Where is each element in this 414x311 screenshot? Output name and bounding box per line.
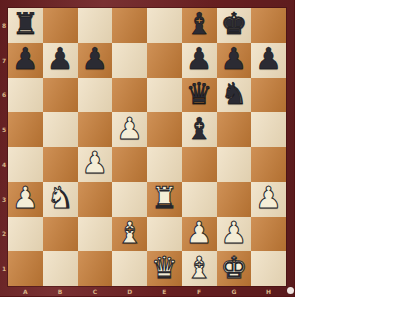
square-g2[interactable]: ♟	[217, 217, 252, 252]
square-d3[interactable]	[112, 182, 147, 217]
square-c1[interactable]	[78, 251, 113, 286]
square-f6[interactable]: ♛	[182, 78, 217, 113]
square-e2[interactable]	[147, 217, 182, 252]
rank-label-5: 5	[0, 112, 8, 147]
square-h4[interactable]	[251, 147, 286, 182]
rank-label-4: 4	[0, 147, 8, 182]
rank-labels: 87654321	[0, 8, 8, 286]
square-c3[interactable]	[78, 182, 113, 217]
piece-white-pawn[interactable]: ♟	[255, 183, 282, 213]
square-b4[interactable]	[43, 147, 78, 182]
square-b5[interactable]	[43, 112, 78, 147]
file-label-e: E	[147, 286, 182, 297]
square-e3[interactable]: ♜	[147, 182, 182, 217]
square-d5[interactable]: ♟	[112, 112, 147, 147]
square-h1[interactable]	[251, 251, 286, 286]
square-a5[interactable]	[8, 112, 43, 147]
piece-black-pawn[interactable]: ♟	[47, 44, 74, 74]
square-a7[interactable]: ♟	[8, 43, 43, 78]
piece-white-queen[interactable]: ♛	[151, 253, 178, 283]
square-c6[interactable]	[78, 78, 113, 113]
file-label-f: F	[182, 286, 217, 297]
square-d8[interactable]	[112, 8, 147, 43]
square-h8[interactable]	[251, 8, 286, 43]
piece-black-queen[interactable]: ♛	[186, 79, 213, 109]
square-h2[interactable]	[251, 217, 286, 252]
rank-label-3: 3	[0, 182, 8, 217]
square-g4[interactable]	[217, 147, 252, 182]
square-b8[interactable]	[43, 8, 78, 43]
square-c4[interactable]: ♟	[78, 147, 113, 182]
piece-black-bishop[interactable]: ♝	[186, 114, 213, 144]
file-label-g: G	[217, 286, 252, 297]
piece-black-rook[interactable]: ♜	[12, 9, 39, 39]
square-g3[interactable]	[217, 182, 252, 217]
square-b2[interactable]	[43, 217, 78, 252]
square-f5[interactable]: ♝	[182, 112, 217, 147]
square-h7[interactable]: ♟	[251, 43, 286, 78]
square-e5[interactable]	[147, 112, 182, 147]
square-g8[interactable]: ♚	[217, 8, 252, 43]
square-e7[interactable]	[147, 43, 182, 78]
rank-label-1: 1	[0, 251, 8, 286]
square-d6[interactable]	[112, 78, 147, 113]
file-labels: ABCDEFGH	[8, 286, 286, 297]
square-f2[interactable]: ♟	[182, 217, 217, 252]
square-b6[interactable]	[43, 78, 78, 113]
square-e4[interactable]	[147, 147, 182, 182]
piece-white-king[interactable]: ♚	[220, 253, 247, 283]
file-label-c: C	[78, 286, 113, 297]
square-h6[interactable]	[251, 78, 286, 113]
square-f4[interactable]	[182, 147, 217, 182]
piece-black-pawn[interactable]: ♟	[12, 44, 39, 74]
square-a3[interactable]: ♟	[8, 182, 43, 217]
square-h5[interactable]	[251, 112, 286, 147]
square-a4[interactable]	[8, 147, 43, 182]
piece-black-pawn[interactable]: ♟	[81, 44, 108, 74]
square-a6[interactable]	[8, 78, 43, 113]
piece-white-pawn[interactable]: ♟	[116, 114, 143, 144]
square-f8[interactable]: ♝	[182, 8, 217, 43]
square-b3[interactable]: ♞	[43, 182, 78, 217]
square-d4[interactable]	[112, 147, 147, 182]
square-f7[interactable]: ♟	[182, 43, 217, 78]
piece-white-bishop[interactable]: ♝	[186, 253, 213, 283]
file-label-a: A	[8, 286, 43, 297]
square-c7[interactable]: ♟	[78, 43, 113, 78]
piece-white-pawn[interactable]: ♟	[12, 183, 39, 213]
square-e6[interactable]	[147, 78, 182, 113]
square-f3[interactable]	[182, 182, 217, 217]
piece-white-pawn[interactable]: ♟	[81, 148, 108, 178]
file-label-h: H	[251, 286, 286, 297]
square-g5[interactable]	[217, 112, 252, 147]
piece-white-bishop[interactable]: ♝	[116, 218, 143, 248]
piece-white-pawn[interactable]: ♟	[186, 218, 213, 248]
piece-white-rook[interactable]: ♜	[151, 183, 178, 213]
piece-black-pawn[interactable]: ♟	[255, 44, 282, 74]
piece-black-pawn[interactable]: ♟	[186, 44, 213, 74]
side-to-move-indicator	[287, 287, 294, 294]
file-label-b: B	[43, 286, 78, 297]
square-c2[interactable]	[78, 217, 113, 252]
piece-black-pawn[interactable]: ♟	[220, 44, 247, 74]
square-g7[interactable]: ♟	[217, 43, 252, 78]
piece-white-knight[interactable]: ♞	[47, 183, 74, 213]
square-e8[interactable]	[147, 8, 182, 43]
square-h3[interactable]: ♟	[251, 182, 286, 217]
page-background: 87654321 ♜♝♚♟♟♟♟♟♟♛♞♟♝♟♟♞♜♟♝♟♟♛♝♚ ABCDEF…	[0, 0, 414, 311]
rank-label-2: 2	[0, 217, 8, 252]
chess-board[interactable]: ♜♝♚♟♟♟♟♟♟♛♞♟♝♟♟♞♜♟♝♟♟♛♝♚	[8, 8, 286, 286]
square-c5[interactable]	[78, 112, 113, 147]
piece-white-pawn[interactable]: ♟	[220, 218, 247, 248]
file-label-d: D	[112, 286, 147, 297]
square-a8[interactable]: ♜	[8, 8, 43, 43]
piece-black-king[interactable]: ♚	[220, 9, 247, 39]
square-g6[interactable]: ♞	[217, 78, 252, 113]
square-b1[interactable]	[43, 251, 78, 286]
square-b7[interactable]: ♟	[43, 43, 78, 78]
square-a1[interactable]	[8, 251, 43, 286]
square-d1[interactable]	[112, 251, 147, 286]
rank-label-7: 7	[0, 43, 8, 78]
square-f1[interactable]: ♝	[182, 251, 217, 286]
square-e1[interactable]: ♛	[147, 251, 182, 286]
square-a2[interactable]	[8, 217, 43, 252]
square-c8[interactable]	[78, 8, 113, 43]
piece-black-bishop[interactable]: ♝	[186, 9, 213, 39]
square-d2[interactable]: ♝	[112, 217, 147, 252]
square-d7[interactable]	[112, 43, 147, 78]
piece-black-knight[interactable]: ♞	[220, 79, 247, 109]
square-g1[interactable]: ♚	[217, 251, 252, 286]
rank-label-6: 6	[0, 78, 8, 113]
chess-board-frame: 87654321 ♜♝♚♟♟♟♟♟♟♛♞♟♝♟♟♞♜♟♝♟♟♛♝♚ ABCDEF…	[0, 0, 295, 297]
rank-label-8: 8	[0, 8, 8, 43]
